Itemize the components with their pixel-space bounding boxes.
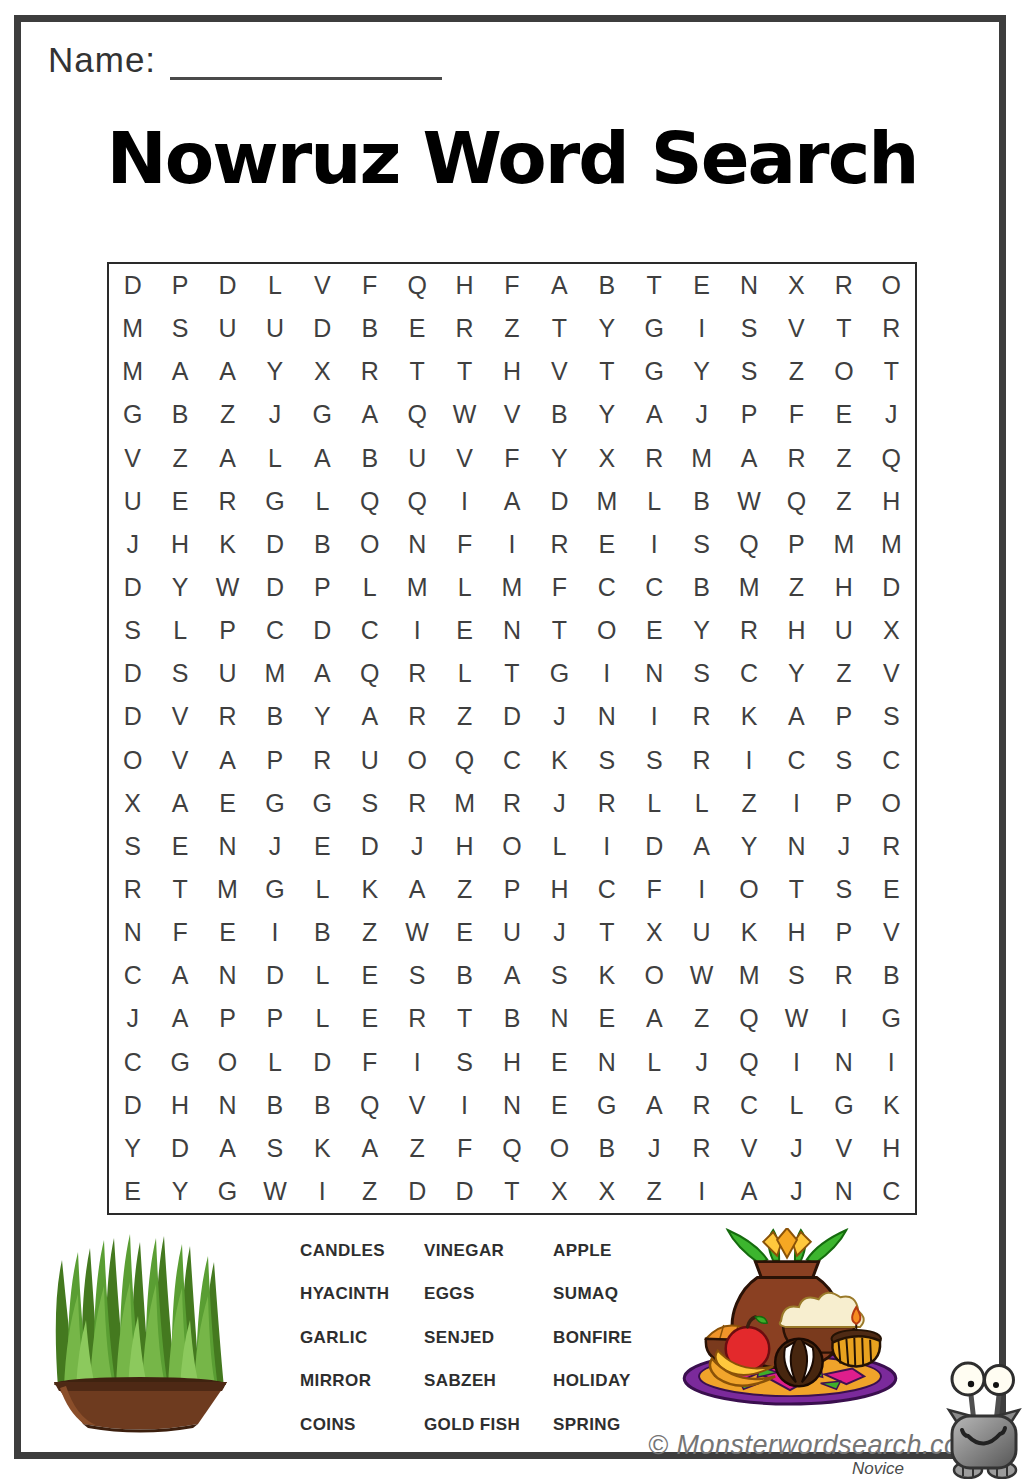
grid-cell[interactable]: C [773,739,820,782]
grid-cell[interactable]: D [346,825,393,868]
grid-cell[interactable]: N [773,825,820,868]
grid-cell[interactable]: A [773,695,820,738]
grid-cell[interactable]: S [773,954,820,997]
grid-cell[interactable]: Z [441,868,488,911]
grid-cell[interactable]: P [251,739,298,782]
grid-cell[interactable]: A [346,1127,393,1170]
grid-cell[interactable]: V [393,1084,440,1127]
grid-cell[interactable]: V [868,911,915,954]
grid-cell[interactable]: F [773,393,820,436]
grid-cell[interactable]: Y [251,350,298,393]
grid-cell[interactable]: M [725,954,772,997]
grid-cell[interactable]: P [488,868,535,911]
grid-cell[interactable]: Q [441,739,488,782]
grid-cell[interactable]: L [536,825,583,868]
grid-cell[interactable]: R [678,695,725,738]
grid-cell[interactable]: U [678,911,725,954]
grid-cell[interactable]: U [346,739,393,782]
grid-cell[interactable]: B [441,954,488,997]
grid-cell[interactable]: L [346,566,393,609]
grid-cell[interactable]: L [441,566,488,609]
grid-cell[interactable]: V [725,1127,772,1170]
grid-cell[interactable]: S [109,825,156,868]
grid-cell[interactable]: S [725,307,772,350]
grid-cell[interactable]: K [204,523,251,566]
grid-cell[interactable]: V [773,307,820,350]
grid-cell[interactable]: D [868,566,915,609]
grid-cell[interactable]: C [725,1084,772,1127]
grid-cell[interactable]: S [251,1127,298,1170]
grid-cell[interactable]: W [725,480,772,523]
grid-cell[interactable]: R [393,782,440,825]
grid-cell[interactable]: Q [773,480,820,523]
grid-cell[interactable]: V [156,695,203,738]
grid-cell[interactable]: Z [725,782,772,825]
grid-cell[interactable]: W [251,1170,298,1213]
grid-cell[interactable]: P [299,566,346,609]
grid-cell[interactable]: Y [109,1127,156,1170]
grid-cell[interactable]: O [204,1040,251,1083]
grid-cell[interactable]: O [536,1127,583,1170]
grid-cell[interactable]: T [441,350,488,393]
grid-cell[interactable]: X [299,350,346,393]
grid-cell[interactable]: F [441,1127,488,1170]
grid-cell[interactable]: D [251,954,298,997]
grid-cell[interactable]: J [868,393,915,436]
grid-cell[interactable]: L [299,480,346,523]
grid-cell[interactable]: R [299,739,346,782]
grid-cell[interactable]: Z [820,480,867,523]
grid-cell[interactable]: S [820,868,867,911]
grid-cell[interactable]: N [204,954,251,997]
grid-cell[interactable]: L [631,480,678,523]
grid-cell[interactable]: J [251,393,298,436]
grid-cell[interactable]: T [583,350,630,393]
grid-cell[interactable]: O [820,350,867,393]
grid-cell[interactable]: H [441,825,488,868]
grid-cell[interactable]: R [868,825,915,868]
grid-cell[interactable]: B [678,480,725,523]
grid-cell[interactable]: Y [156,1170,203,1213]
grid-cell[interactable]: Y [299,695,346,738]
grid-cell[interactable]: A [156,997,203,1040]
grid-cell[interactable]: W [393,911,440,954]
grid-cell[interactable]: Q [725,523,772,566]
grid-cell[interactable]: W [441,393,488,436]
grid-cell[interactable]: I [441,1084,488,1127]
grid-cell[interactable]: R [678,1084,725,1127]
grid-cell[interactable]: G [583,1084,630,1127]
grid-cell[interactable]: T [393,350,440,393]
grid-cell[interactable]: G [820,1084,867,1127]
grid-cell[interactable]: B [678,566,725,609]
grid-cell[interactable]: M [678,437,725,480]
grid-cell[interactable]: N [536,997,583,1040]
grid-cell[interactable]: E [346,954,393,997]
grid-cell[interactable]: A [346,393,393,436]
grid-cell[interactable]: D [251,523,298,566]
grid-cell[interactable]: C [725,652,772,695]
grid-cell[interactable]: G [868,997,915,1040]
grid-cell[interactable]: N [488,1084,535,1127]
grid-cell[interactable]: H [536,868,583,911]
grid-cell[interactable]: M [820,523,867,566]
grid-cell[interactable]: D [299,1040,346,1083]
grid-cell[interactable]: A [678,825,725,868]
grid-cell[interactable]: A [631,997,678,1040]
grid-cell[interactable]: Y [678,350,725,393]
grid-cell[interactable]: K [299,1127,346,1170]
grid-cell[interactable]: R [536,523,583,566]
grid-cell[interactable]: H [868,480,915,523]
grid-cell[interactable]: R [204,480,251,523]
grid-cell[interactable]: B [583,264,630,307]
grid-cell[interactable]: P [251,997,298,1040]
grid-cell[interactable]: N [488,609,535,652]
grid-cell[interactable]: C [346,609,393,652]
grid-cell[interactable]: J [773,1170,820,1213]
grid-cell[interactable]: V [441,437,488,480]
grid-cell[interactable]: L [299,868,346,911]
grid-cell[interactable]: S [441,1040,488,1083]
grid-cell[interactable]: R [346,350,393,393]
grid-cell[interactable]: H [156,1084,203,1127]
grid-cell[interactable]: W [204,566,251,609]
grid-cell[interactable]: M [488,566,535,609]
grid-cell[interactable]: O [631,954,678,997]
grid-cell[interactable]: G [251,782,298,825]
grid-cell[interactable]: S [631,739,678,782]
grid-cell[interactable]: R [820,954,867,997]
grid-cell[interactable]: O [346,523,393,566]
grid-cell[interactable]: D [393,1170,440,1213]
grid-cell[interactable]: Z [631,1170,678,1213]
grid-cell[interactable]: J [678,1040,725,1083]
grid-cell[interactable]: W [773,997,820,1040]
grid-cell[interactable]: D [299,609,346,652]
grid-cell[interactable]: G [251,480,298,523]
grid-cell[interactable]: T [488,1170,535,1213]
grid-cell[interactable]: B [299,1084,346,1127]
grid-cell[interactable]: R [820,264,867,307]
grid-cell[interactable]: A [346,695,393,738]
grid-cell[interactable]: F [631,868,678,911]
grid-cell[interactable]: Q [346,1084,393,1127]
grid-cell[interactable]: E [536,1040,583,1083]
grid-cell[interactable]: X [583,1170,630,1213]
grid-cell[interactable]: V [488,393,535,436]
grid-cell[interactable]: V [868,652,915,695]
grid-cell[interactable]: L [299,997,346,1040]
grid-cell[interactable]: G [299,782,346,825]
grid-cell[interactable]: B [583,1127,630,1170]
grid-cell[interactable]: W [678,954,725,997]
grid-cell[interactable]: H [773,609,820,652]
grid-cell[interactable]: G [156,1040,203,1083]
grid-cell[interactable]: F [346,1040,393,1083]
grid-cell[interactable]: G [251,868,298,911]
grid-cell[interactable]: B [251,695,298,738]
grid-cell[interactable]: U [109,480,156,523]
grid-cell[interactable]: R [109,868,156,911]
grid-cell[interactable]: R [441,307,488,350]
grid-cell[interactable]: I [678,307,725,350]
grid-cell[interactable]: I [299,1170,346,1213]
grid-cell[interactable]: L [299,954,346,997]
grid-cell[interactable]: J [536,911,583,954]
grid-cell[interactable]: B [251,1084,298,1127]
grid-cell[interactable]: T [156,868,203,911]
grid-cell[interactable]: P [725,393,772,436]
grid-cell[interactable]: Z [773,566,820,609]
grid-cell[interactable]: L [251,1040,298,1083]
grid-cell[interactable]: F [346,264,393,307]
grid-cell[interactable]: Y [583,393,630,436]
grid-cell[interactable]: U [204,307,251,350]
grid-cell[interactable]: J [536,782,583,825]
grid-cell[interactable]: M [109,307,156,350]
grid-cell[interactable]: A [488,480,535,523]
grid-cell[interactable]: D [631,825,678,868]
grid-cell[interactable]: U [251,307,298,350]
grid-cell[interactable]: M [583,480,630,523]
grid-cell[interactable]: Y [725,825,772,868]
grid-cell[interactable]: Q [346,480,393,523]
grid-cell[interactable]: X [631,911,678,954]
grid-cell[interactable]: T [868,350,915,393]
grid-cell[interactable]: L [631,782,678,825]
grid-cell[interactable]: Z [488,307,535,350]
grid-cell[interactable]: Q [346,652,393,695]
grid-cell[interactable]: S [678,652,725,695]
grid-cell[interactable]: J [109,523,156,566]
grid-cell[interactable]: S [583,739,630,782]
grid-cell[interactable]: O [725,868,772,911]
grid-cell[interactable]: G [536,652,583,695]
grid-cell[interactable]: G [631,350,678,393]
grid-cell[interactable]: R [488,782,535,825]
grid-cell[interactable]: B [299,911,346,954]
grid-cell[interactable]: H [441,264,488,307]
grid-cell[interactable]: S [393,954,440,997]
name-input-line[interactable] [170,43,442,80]
grid-cell[interactable]: Q [868,437,915,480]
grid-cell[interactable]: A [631,1084,678,1127]
grid-cell[interactable]: J [631,1127,678,1170]
grid-cell[interactable]: I [441,480,488,523]
grid-cell[interactable]: Y [583,307,630,350]
grid-cell[interactable]: I [393,609,440,652]
grid-cell[interactable]: E [156,825,203,868]
grid-cell[interactable]: P [820,782,867,825]
grid-cell[interactable]: T [820,307,867,350]
grid-cell[interactable]: A [204,739,251,782]
grid-cell[interactable]: S [536,954,583,997]
grid-cell[interactable]: T [536,609,583,652]
grid-cell[interactable]: E [441,609,488,652]
grid-cell[interactable]: I [251,911,298,954]
grid-cell[interactable]: J [109,997,156,1040]
grid-cell[interactable]: Q [488,1127,535,1170]
grid-cell[interactable]: A [725,437,772,480]
grid-cell[interactable]: M [868,523,915,566]
grid-cell[interactable]: S [725,350,772,393]
grid-cell[interactable]: B [299,523,346,566]
grid-cell[interactable]: T [536,307,583,350]
grid-cell[interactable]: Q [393,264,440,307]
grid-cell[interactable]: R [868,307,915,350]
grid-cell[interactable]: J [820,825,867,868]
grid-cell[interactable]: C [631,566,678,609]
grid-cell[interactable]: H [488,1040,535,1083]
grid-cell[interactable]: C [109,1040,156,1083]
grid-cell[interactable]: V [536,350,583,393]
grid-cell[interactable]: I [583,825,630,868]
grid-cell[interactable]: Z [156,437,203,480]
grid-cell[interactable]: I [488,523,535,566]
grid-cell[interactable]: K [868,1084,915,1127]
grid-cell[interactable]: I [773,1040,820,1083]
grid-cell[interactable]: E [346,997,393,1040]
grid-cell[interactable]: I [678,1170,725,1213]
grid-cell[interactable]: O [868,782,915,825]
grid-cell[interactable]: C [868,1170,915,1213]
grid-cell[interactable]: L [773,1084,820,1127]
grid-cell[interactable]: S [868,695,915,738]
grid-cell[interactable]: I [725,739,772,782]
grid-cell[interactable]: T [441,997,488,1040]
grid-cell[interactable]: A [725,1170,772,1213]
grid-cell[interactable]: V [109,437,156,480]
grid-cell[interactable]: B [346,307,393,350]
grid-cell[interactable]: H [156,523,203,566]
grid-cell[interactable]: H [488,350,535,393]
grid-cell[interactable]: D [204,264,251,307]
grid-cell[interactable]: L [678,782,725,825]
grid-cell[interactable]: D [109,566,156,609]
grid-cell[interactable]: D [441,1170,488,1213]
grid-cell[interactable]: M [441,782,488,825]
grid-cell[interactable]: I [678,868,725,911]
grid-cell[interactable]: A [488,954,535,997]
grid-cell[interactable]: R [583,782,630,825]
grid-cell[interactable]: R [393,695,440,738]
grid-cell[interactable]: H [868,1127,915,1170]
grid-cell[interactable]: S [346,782,393,825]
grid-cell[interactable]: K [725,911,772,954]
grid-cell[interactable]: A [393,868,440,911]
grid-cell[interactable]: B [346,437,393,480]
grid-cell[interactable]: J [251,825,298,868]
grid-cell[interactable]: E [536,1084,583,1127]
grid-cell[interactable]: F [536,566,583,609]
grid-cell[interactable]: H [773,911,820,954]
grid-cell[interactable]: L [251,264,298,307]
grid-cell[interactable]: R [631,437,678,480]
grid-cell[interactable]: J [773,1127,820,1170]
grid-cell[interactable]: Y [678,609,725,652]
grid-cell[interactable]: C [109,954,156,997]
grid-cell[interactable]: C [868,739,915,782]
grid-cell[interactable]: I [773,782,820,825]
grid-cell[interactable]: C [488,739,535,782]
grid-cell[interactable]: X [583,437,630,480]
grid-cell[interactable]: M [393,566,440,609]
grid-cell[interactable]: P [773,523,820,566]
grid-cell[interactable]: Q [393,393,440,436]
grid-cell[interactable]: V [299,264,346,307]
grid-cell[interactable]: L [441,652,488,695]
grid-cell[interactable]: R [393,652,440,695]
grid-cell[interactable]: X [536,1170,583,1213]
grid-cell[interactable]: F [156,911,203,954]
grid-cell[interactable]: I [820,997,867,1040]
grid-cell[interactable]: N [820,1170,867,1213]
grid-cell[interactable]: Z [441,695,488,738]
grid-cell[interactable]: D [109,1084,156,1127]
grid-cell[interactable]: B [488,997,535,1040]
grid-cell[interactable]: B [536,393,583,436]
grid-cell[interactable]: Y [773,652,820,695]
grid-cell[interactable]: E [583,523,630,566]
grid-cell[interactable]: G [299,393,346,436]
grid-cell[interactable]: A [204,350,251,393]
grid-cell[interactable]: E [109,1170,156,1213]
grid-cell[interactable]: E [441,911,488,954]
grid-cell[interactable]: U [204,652,251,695]
grid-cell[interactable]: P [156,264,203,307]
grid-cell[interactable]: S [156,307,203,350]
grid-cell[interactable]: T [488,652,535,695]
grid-cell[interactable]: D [109,652,156,695]
grid-cell[interactable]: K [583,954,630,997]
grid-cell[interactable]: R [773,437,820,480]
grid-cell[interactable]: K [725,695,772,738]
grid-cell[interactable]: A [204,1127,251,1170]
grid-cell[interactable]: B [868,954,915,997]
grid-cell[interactable]: Q [393,480,440,523]
grid-cell[interactable]: X [109,782,156,825]
grid-cell[interactable]: E [868,868,915,911]
grid-cell[interactable]: A [156,782,203,825]
grid-cell[interactable]: F [488,437,535,480]
grid-cell[interactable]: S [109,609,156,652]
grid-cell[interactable]: X [868,609,915,652]
grid-cell[interactable]: R [204,695,251,738]
grid-cell[interactable]: L [156,609,203,652]
grid-cell[interactable]: J [393,825,440,868]
grid-cell[interactable]: G [204,1170,251,1213]
grid-cell[interactable]: D [488,695,535,738]
grid-cell[interactable]: D [156,1127,203,1170]
grid-cell[interactable]: M [204,868,251,911]
grid-cell[interactable]: C [251,609,298,652]
grid-cell[interactable]: N [109,911,156,954]
grid-cell[interactable]: D [109,695,156,738]
grid-cell[interactable]: M [251,652,298,695]
grid-cell[interactable]: S [678,523,725,566]
grid-cell[interactable]: Z [678,997,725,1040]
grid-cell[interactable]: R [725,609,772,652]
grid-cell[interactable]: P [204,997,251,1040]
grid-cell[interactable]: Z [820,652,867,695]
grid-cell[interactable]: S [156,652,203,695]
grid-cell[interactable]: E [678,264,725,307]
grid-cell[interactable]: G [109,393,156,436]
grid-cell[interactable]: P [820,911,867,954]
grid-cell[interactable]: I [583,652,630,695]
grid-cell[interactable]: N [820,1040,867,1083]
